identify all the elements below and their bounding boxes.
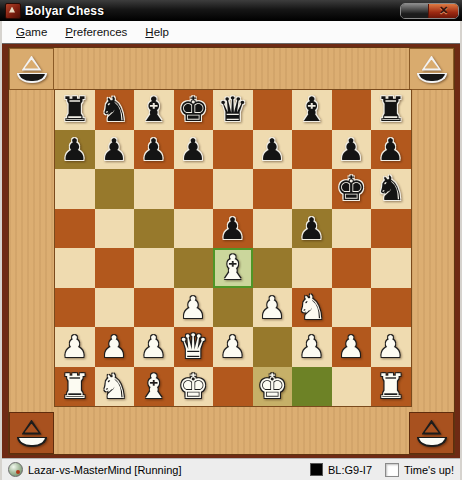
square-h3[interactable] (332, 288, 372, 328)
menu-help[interactable]: Help (136, 23, 178, 42)
square-c1[interactable]: ♝ (134, 367, 174, 407)
square-b5[interactable] (95, 209, 135, 249)
piece-black-pawn: ♟ (61, 130, 88, 169)
square-f3[interactable]: ♟ (253, 288, 293, 328)
square-c3[interactable] (134, 288, 174, 328)
square-h7[interactable]: ♟ (332, 130, 372, 170)
window-body: Game Preferences Help (0, 21, 462, 480)
square-b3[interactable] (95, 288, 135, 328)
square-b2[interactable]: ♟ (95, 327, 135, 367)
square-i1[interactable]: ♜ (371, 367, 411, 407)
square-h8[interactable] (332, 90, 372, 130)
square-d1[interactable]: ♚ (174, 367, 214, 407)
app-icon (5, 3, 21, 19)
square-b1[interactable]: ♞ (95, 367, 135, 407)
square-g1[interactable] (292, 367, 332, 407)
piece-black-bishop: ♝ (139, 90, 169, 129)
piece-white-knight: ♞ (297, 288, 327, 327)
piece-black-pawn: ♟ (259, 130, 286, 169)
piece-black-pawn: ♟ (180, 130, 207, 169)
square-c6[interactable] (134, 169, 174, 209)
square-f6[interactable] (253, 169, 293, 209)
game-status-text: Lazar-vs-MasterMind [Running] (28, 464, 181, 476)
square-g7[interactable] (292, 130, 332, 170)
board-panel: ♜♞♝♚♛♝♜♟♟♟♟♟♟♟♚♞♟♟♝♟♟♞♟♟♟♛♟♟♟♟♜♞♝♚♚♜ (8, 47, 455, 455)
window-title: Bolyar Chess (25, 4, 104, 18)
square-a8[interactable]: ♜ (55, 90, 95, 130)
piece-white-bishop: ♝ (218, 248, 248, 287)
square-i6[interactable]: ♞ (371, 169, 411, 209)
piece-black-bolyar: ♚ (336, 169, 366, 208)
piece-white-pawn: ♟ (298, 327, 325, 366)
corner-square-top-right[interactable] (409, 48, 454, 90)
square-a1[interactable]: ♜ (55, 367, 95, 407)
square-f4[interactable] (253, 248, 293, 288)
square-c7[interactable]: ♟ (134, 130, 174, 170)
square-i5[interactable] (371, 209, 411, 249)
piece-white-ship (417, 420, 447, 447)
piece-white-pawn: ♟ (61, 327, 88, 366)
square-f5[interactable] (253, 209, 293, 249)
move-side-swatch-black (310, 463, 323, 476)
close-icon: ✕ (439, 5, 448, 16)
square-a2[interactable]: ♟ (55, 327, 95, 367)
square-b4[interactable] (95, 248, 135, 288)
piece-white-bishop: ♝ (139, 367, 169, 406)
corner-square-bottom-left[interactable] (9, 412, 54, 454)
square-c5[interactable] (134, 209, 174, 249)
minimize-button[interactable]: _ (401, 4, 428, 18)
corner-square-top-left[interactable] (9, 48, 54, 90)
ship-sail-icon (422, 56, 442, 71)
minimize-icon: _ (412, 11, 417, 18)
square-e7[interactable] (213, 130, 253, 170)
piece-white-queen: ♛ (178, 327, 208, 366)
square-f7[interactable]: ♟ (253, 130, 293, 170)
ship-sail-icon (422, 420, 442, 435)
square-e5[interactable]: ♟ (213, 209, 253, 249)
menu-preferences[interactable]: Preferences (56, 23, 136, 42)
piece-black-bishop: ♝ (297, 90, 327, 129)
piece-white-ship (17, 420, 47, 447)
status-icon (8, 462, 23, 477)
square-i3[interactable] (371, 288, 411, 328)
square-g6[interactable] (292, 169, 332, 209)
square-i7[interactable]: ♟ (371, 130, 411, 170)
close-button[interactable]: ✕ (428, 4, 458, 18)
piece-black-pawn: ♟ (140, 130, 167, 169)
piece-white-pawn: ♟ (101, 327, 128, 366)
piece-black-ship (17, 56, 47, 83)
square-a5[interactable] (55, 209, 95, 249)
piece-white-knight: ♞ (99, 367, 129, 406)
square-b7[interactable]: ♟ (95, 130, 135, 170)
square-g2[interactable]: ♟ (292, 327, 332, 367)
square-a6[interactable] (55, 169, 95, 209)
piece-white-pawn: ♟ (377, 327, 404, 366)
square-a7[interactable]: ♟ (55, 130, 95, 170)
last-move-text: BL:G9-I7 (328, 464, 372, 476)
title-buttons: _ ✕ (400, 3, 459, 19)
piece-white-bolyar: ♚ (178, 367, 208, 406)
square-e2[interactable]: ♟ (213, 327, 253, 367)
ship-sail-icon (22, 56, 42, 71)
piece-black-rook: ♜ (376, 90, 406, 129)
square-i2[interactable]: ♟ (371, 327, 411, 367)
square-b8[interactable]: ♞ (95, 90, 135, 130)
square-f1[interactable]: ♚ (253, 367, 293, 407)
square-h5[interactable] (332, 209, 372, 249)
piece-black-bolyar: ♚ (178, 90, 208, 129)
square-e6[interactable] (213, 169, 253, 209)
piece-black-pawn: ♟ (101, 130, 128, 169)
ship-hull-icon (417, 73, 447, 83)
square-c8[interactable]: ♝ (134, 90, 174, 130)
square-i4[interactable] (371, 248, 411, 288)
square-e1[interactable] (213, 367, 253, 407)
piece-white-pawn: ♟ (219, 327, 246, 366)
piece-black-pawn: ♟ (377, 130, 404, 169)
app-window: Bolyar Chess _ ✕ Game Preferences Help (0, 0, 462, 480)
piece-black-pawn: ♟ (298, 209, 325, 248)
square-d4[interactable] (174, 248, 214, 288)
piece-black-queen: ♛ (218, 90, 248, 129)
square-g8[interactable]: ♝ (292, 90, 332, 130)
chess-board: ♜♞♝♚♛♝♜♟♟♟♟♟♟♟♚♞♟♟♝♟♟♞♟♟♟♛♟♟♟♟♜♞♝♚♚♜ (55, 90, 411, 406)
square-h6[interactable]: ♚ (332, 169, 372, 209)
piece-black-knight: ♞ (99, 90, 129, 129)
piece-white-bolyar: ♚ (257, 367, 287, 406)
square-d5[interactable] (174, 209, 214, 249)
piece-white-pawn: ♟ (259, 288, 286, 327)
square-h2[interactable]: ♟ (332, 327, 372, 367)
square-e4[interactable]: ♝ (213, 248, 253, 288)
corner-square-bottom-right[interactable] (409, 412, 454, 454)
square-d2[interactable]: ♛ (174, 327, 214, 367)
square-h1[interactable] (332, 367, 372, 407)
piece-black-pawn: ♟ (219, 209, 246, 248)
piece-black-rook: ♜ (60, 90, 90, 129)
square-g3[interactable]: ♞ (292, 288, 332, 328)
square-c4[interactable] (134, 248, 174, 288)
times-up-label: Time's up! (404, 464, 454, 476)
status-bar: Lazar-vs-MasterMind [Running] BL:G9-I7 T… (2, 458, 460, 480)
piece-black-knight: ♞ (376, 169, 406, 208)
piece-white-pawn: ♟ (180, 288, 207, 327)
ship-hull-icon (17, 73, 47, 83)
square-a3[interactable] (55, 288, 95, 328)
square-g4[interactable] (292, 248, 332, 288)
square-d6[interactable] (174, 169, 214, 209)
piece-black-ship (417, 56, 447, 83)
square-e8[interactable]: ♛ (213, 90, 253, 130)
square-d7[interactable]: ♟ (174, 130, 214, 170)
piece-white-pawn: ♟ (338, 327, 365, 366)
square-d8[interactable]: ♚ (174, 90, 214, 130)
square-i8[interactable]: ♜ (371, 90, 411, 130)
piece-white-rook: ♜ (60, 367, 90, 406)
menu-game[interactable]: Game (7, 23, 56, 42)
client-area: ♜♞♝♚♛♝♜♟♟♟♟♟♟♟♚♞♟♟♝♟♟♞♟♟♟♛♟♟♟♟♜♞♝♚♚♜ (2, 44, 460, 458)
square-b6[interactable] (95, 169, 135, 209)
square-e3[interactable] (213, 288, 253, 328)
piece-white-rook: ♜ (376, 367, 406, 406)
square-d3[interactable]: ♟ (174, 288, 214, 328)
ship-hull-icon (17, 437, 47, 447)
menu-bar: Game Preferences Help (2, 21, 460, 44)
square-f2[interactable] (253, 327, 293, 367)
square-g5[interactable]: ♟ (292, 209, 332, 249)
piece-white-pawn: ♟ (140, 327, 167, 366)
square-f8[interactable] (253, 90, 293, 130)
ship-sail-icon (22, 420, 42, 435)
piece-black-pawn: ♟ (338, 130, 365, 169)
title-bar: Bolyar Chess _ ✕ (0, 0, 462, 21)
square-c2[interactable]: ♟ (134, 327, 174, 367)
ship-hull-icon (417, 437, 447, 447)
square-a4[interactable] (55, 248, 95, 288)
square-h4[interactable] (332, 248, 372, 288)
times-up-checkbox[interactable] (385, 463, 399, 477)
